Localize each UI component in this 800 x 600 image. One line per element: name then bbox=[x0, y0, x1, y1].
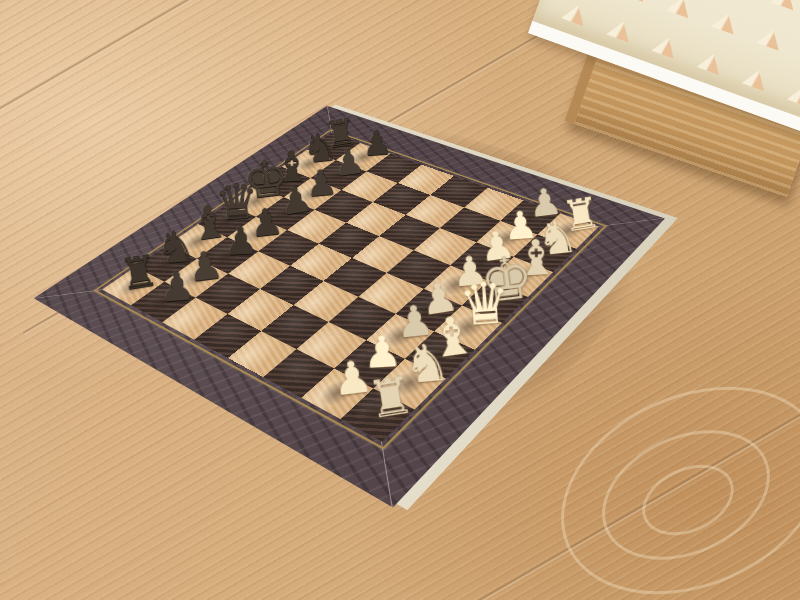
board-wrapper: ♜♞♝♛♚♝♞♜♟♟♟♟♟♟♟♟♟♟♟♟♟♟♟♟♜♞♝♛♚♝♞♜ bbox=[0, 0, 800, 600]
piece-black-rook: ♜ bbox=[117, 249, 162, 297]
piece-black-pawn: ♟ bbox=[360, 125, 392, 160]
scene: ♜♞♝♛♚♝♞♜♟♟♟♟♟♟♟♟♟♟♟♟♟♟♟♟♜♞♝♛♚♝♞♜ bbox=[0, 0, 800, 600]
piece-black-pawn: ♟ bbox=[223, 222, 259, 261]
piece-black-pawn: ♟ bbox=[277, 180, 314, 220]
pyramid-bump bbox=[787, 83, 800, 108]
square-f4 bbox=[379, 215, 439, 250]
piece-black-pawn: ♟ bbox=[158, 266, 196, 308]
border-mitre-seam bbox=[381, 440, 393, 508]
chess-board: ♜♞♝♛♚♝♞♜♟♟♟♟♟♟♟♟♟♟♟♟♟♟♟♟♜♞♝♛♚♝♞♜ bbox=[34, 106, 665, 508]
board-grid: ♜♞♝♛♚♝♞♜♟♟♟♟♟♟♟♟♟♟♟♟♟♟♟♟♜♞♝♛♚♝♞♜ bbox=[102, 133, 599, 442]
piece-white-rook: ♜ bbox=[364, 369, 417, 426]
